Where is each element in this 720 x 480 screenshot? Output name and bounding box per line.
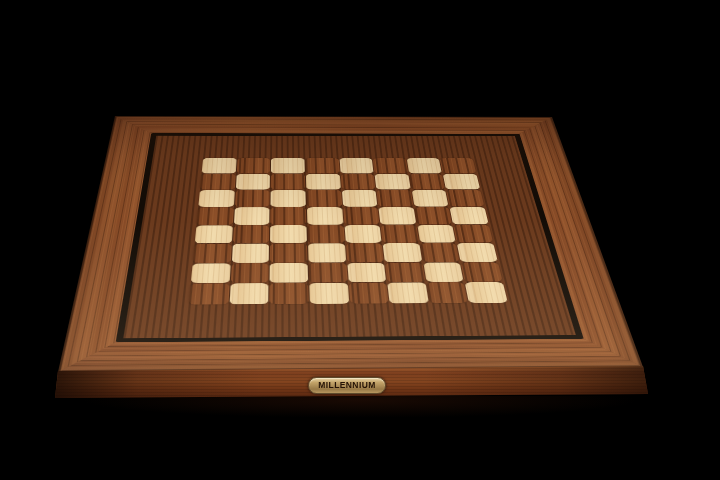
square-c1[interactable] [270,283,309,304]
square-d8[interactable] [305,158,339,173]
square-f2[interactable] [385,262,425,282]
square-f6[interactable] [377,190,414,207]
square-a7[interactable] [200,174,235,190]
square-a2[interactable] [191,263,231,283]
board-field [123,136,576,339]
square-g3[interactable] [420,243,460,262]
square-c5[interactable] [270,207,306,224]
square-d4[interactable] [307,225,344,243]
square-e6[interactable] [341,190,377,207]
square-h2[interactable] [461,262,503,282]
square-c3[interactable] [270,244,307,263]
square-f3[interactable] [383,243,422,262]
square-d7[interactable] [306,174,341,190]
square-b7[interactable] [236,174,271,190]
square-h6[interactable] [446,190,484,207]
square-a8[interactable] [202,158,237,173]
square-g4[interactable] [417,225,456,243]
square-c7[interactable] [271,174,305,190]
square-e3[interactable] [345,243,384,262]
square-e7[interactable] [340,174,375,190]
square-d1[interactable] [309,283,349,304]
square-h4[interactable] [453,225,493,243]
square-a1[interactable] [189,284,230,305]
square-b6[interactable] [235,190,270,207]
square-h3[interactable] [457,243,498,262]
square-f4[interactable] [381,225,419,243]
square-g5[interactable] [414,207,452,224]
square-f1[interactable] [387,283,428,304]
badge-label: MILLENNIUM [318,381,375,390]
square-b2[interactable] [230,263,269,283]
square-h7[interactable] [443,174,480,190]
square-c8[interactable] [271,158,305,173]
square-e1[interactable] [348,283,388,304]
square-h8[interactable] [440,158,476,173]
square-b5[interactable] [234,207,270,224]
square-d3[interactable] [308,243,346,262]
square-h1[interactable] [465,282,508,303]
square-e4[interactable] [344,225,382,243]
square-f5[interactable] [379,207,416,224]
square-b4[interactable] [233,225,270,243]
square-e8[interactable] [339,158,374,173]
square-c6[interactable] [271,190,306,207]
square-c2[interactable] [270,263,308,283]
square-b8[interactable] [236,158,270,173]
square-g1[interactable] [426,282,468,303]
square-d5[interactable] [307,207,343,224]
photo-background: MILLENNIUM [0,0,720,480]
square-c4[interactable] [270,225,307,243]
square-b1[interactable] [229,283,269,304]
square-f7[interactable] [375,174,411,190]
square-a5[interactable] [197,207,234,224]
square-a6[interactable] [198,190,234,207]
square-d2[interactable] [308,263,347,283]
chessboard [58,116,643,372]
square-d6[interactable] [306,190,341,207]
board-grid [189,158,508,305]
square-a4[interactable] [195,225,233,243]
square-g6[interactable] [412,190,449,207]
square-b3[interactable] [231,244,269,263]
millennium-badge: MILLENNIUM [308,377,386,394]
square-e2[interactable] [347,263,386,283]
square-a3[interactable] [193,244,232,263]
square-f8[interactable] [373,158,408,173]
square-g7[interactable] [409,174,445,190]
board-shadow [80,396,640,418]
square-g8[interactable] [406,158,442,173]
square-h5[interactable] [450,207,489,224]
square-g2[interactable] [423,262,464,282]
square-e5[interactable] [343,207,380,224]
